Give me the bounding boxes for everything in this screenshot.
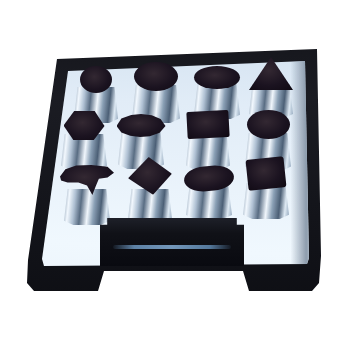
cutter-rectangle (186, 111, 230, 170)
cutter-opening-rectangle-icon (186, 110, 229, 139)
cutter-opening-triangle-icon (249, 57, 293, 90)
photo-canvas (0, 0, 350, 350)
cutter-opening-circle-icon (134, 62, 178, 91)
cutter-square (243, 158, 289, 219)
cutter-opening-circle-icon (80, 66, 112, 93)
cutter-opening-round-icon (247, 110, 290, 139)
cutter-set-photo (0, 0, 350, 350)
cutter-opening-oval-icon (194, 66, 240, 89)
cutter-diamond (128, 157, 172, 223)
cutter-triangle (249, 57, 293, 118)
cutter-opening-square-icon (245, 156, 286, 191)
cutter-crescent (64, 165, 110, 225)
cutter-body (128, 189, 172, 223)
recess-reflection (113, 245, 231, 249)
handle-recess (100, 218, 244, 266)
cutter-hexagon (61, 111, 107, 170)
cutter-body (64, 189, 110, 225)
cutter-oblong (186, 166, 232, 219)
